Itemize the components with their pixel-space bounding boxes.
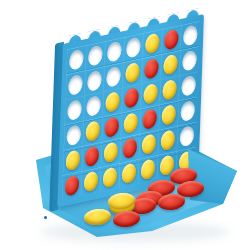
connect-four-product-photo: [0, 0, 250, 250]
loose-yellow-disc: [83, 207, 112, 226]
loose-red-disc: [112, 209, 141, 228]
loose-discs-layer: [0, 0, 250, 250]
